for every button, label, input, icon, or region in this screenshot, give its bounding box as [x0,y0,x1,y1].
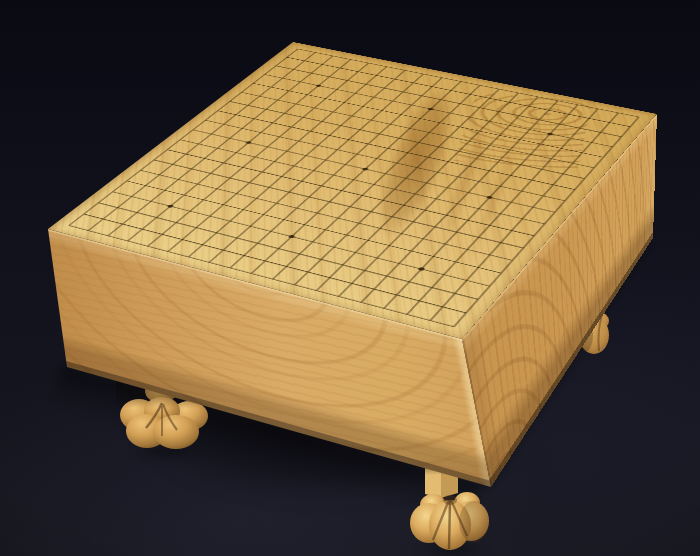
photo-scene [0,0,700,556]
